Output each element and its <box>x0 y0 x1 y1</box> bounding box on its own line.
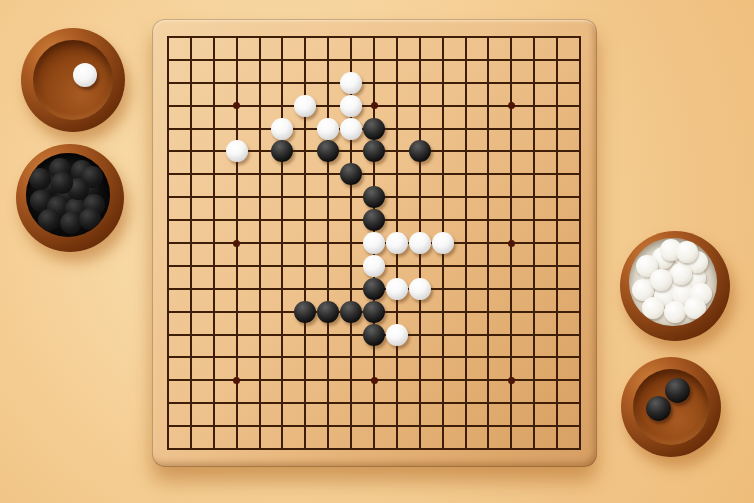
star-point <box>371 377 378 384</box>
white-stone <box>340 95 362 117</box>
white-stone-heap <box>629 238 717 326</box>
white-stone <box>363 232 385 254</box>
black-stone <box>363 324 385 346</box>
go-scene <box>0 0 754 503</box>
white-stone <box>670 263 692 285</box>
white-stone <box>340 118 362 140</box>
black-stone <box>363 301 385 323</box>
white-stone <box>409 232 431 254</box>
black-stone <box>317 301 339 323</box>
star-point <box>233 102 240 109</box>
white-stone <box>684 297 706 319</box>
grid-line-vertical <box>533 36 535 450</box>
black-stone <box>363 118 385 140</box>
black-stone <box>363 209 385 231</box>
black-stone <box>271 140 293 162</box>
white-stone <box>650 269 672 291</box>
star-point <box>371 102 378 109</box>
grid-line-vertical <box>556 36 558 450</box>
black-stone-bowl <box>16 144 124 252</box>
white-stone <box>432 232 454 254</box>
grid-line-horizontal <box>167 425 581 427</box>
grid-line-vertical <box>465 36 467 450</box>
white-stone <box>409 278 431 300</box>
black-stone <box>79 208 101 230</box>
star-point <box>233 240 240 247</box>
white-stone <box>664 301 686 323</box>
white-stone-bowl <box>620 231 730 341</box>
black-stone <box>29 168 51 190</box>
black-stone <box>363 278 385 300</box>
white-stone <box>294 95 316 117</box>
grid-line-vertical <box>579 36 581 450</box>
white-stone <box>386 324 408 346</box>
grid-line-horizontal <box>167 448 581 450</box>
black-stone <box>409 140 431 162</box>
star-point <box>508 377 515 384</box>
black-stone <box>38 209 60 231</box>
white-stone <box>642 297 664 319</box>
go-board <box>152 19 597 467</box>
white-stone <box>226 140 248 162</box>
black-stone <box>317 140 339 162</box>
white-stone <box>340 72 362 94</box>
grid-line-horizontal <box>167 402 581 404</box>
grid-line-horizontal <box>167 356 581 358</box>
grid-line-vertical <box>487 36 489 450</box>
black-stone <box>363 140 385 162</box>
black-stone <box>665 378 690 403</box>
white-stone <box>386 278 408 300</box>
white-stone <box>363 255 385 277</box>
bowl-lid-with-white-stone <box>21 28 125 132</box>
bowl-lid-face <box>33 40 113 120</box>
star-point <box>508 240 515 247</box>
white-stone <box>386 232 408 254</box>
black-stone-heap <box>26 153 110 237</box>
star-point <box>233 377 240 384</box>
white-stone <box>271 118 293 140</box>
white-stone <box>317 118 339 140</box>
bowl-lid-with-black-stones <box>621 357 721 457</box>
black-stone <box>363 186 385 208</box>
black-stone <box>340 163 362 185</box>
star-point <box>508 102 515 109</box>
white-stone <box>73 63 97 87</box>
black-stone <box>294 301 316 323</box>
black-stone <box>646 396 671 421</box>
white-stone <box>676 241 698 263</box>
black-stone <box>51 172 73 194</box>
black-stone <box>340 301 362 323</box>
board-grid <box>168 37 580 449</box>
